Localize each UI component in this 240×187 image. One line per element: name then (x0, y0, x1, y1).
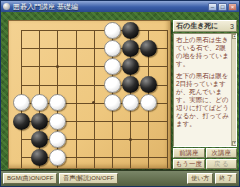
text-scrollbar[interactable]: ▲ ▼ (231, 34, 236, 146)
howto-button[interactable]: 使い方 (187, 173, 213, 184)
bgm-toggle-button[interactable]: BGM(曲)ON/OFF (3, 173, 57, 184)
stone-white (104, 94, 121, 111)
stone-black (13, 113, 30, 130)
lesson-header: 石の生き死に 3 (173, 20, 237, 32)
app-icon (3, 3, 10, 10)
minimize-button[interactable]: – (208, 3, 217, 11)
star-point (129, 138, 132, 141)
stone-black (122, 22, 139, 39)
star-point (56, 65, 59, 68)
stone-white (49, 94, 66, 111)
stone-white (13, 94, 30, 111)
stone-white (49, 149, 66, 166)
stone-white (104, 58, 121, 75)
scroll-up-icon[interactable]: ▲ (232, 34, 237, 39)
app-window: 囲碁入門講座 基礎編 – □ × 石の生き死に 3 右上の黒石は生きている石で、… (0, 0, 240, 187)
prev-lesson-button[interactable]: 前講座 (173, 148, 205, 158)
stone-black (122, 76, 139, 93)
grid-line (94, 30, 95, 169)
exit-button[interactable]: 終 了 (215, 173, 237, 184)
main-area: 石の生き死に 3 右上の黒石は生きている石で、2眼の地を持っています。 左下の黒… (1, 12, 239, 170)
close-button[interactable]: × (228, 3, 237, 11)
stone-black (140, 76, 157, 93)
stone-white (140, 94, 157, 111)
stone-black (140, 40, 157, 57)
back-button[interactable]: 戻 る (206, 159, 238, 169)
stone-white (122, 94, 139, 111)
lesson-panel: 石の生き死に 3 右上の黒石は生きている石で、2眼の地を持っています。 左下の黒… (173, 20, 237, 169)
star-point (92, 101, 95, 104)
stone-black (122, 40, 139, 57)
grid-line (167, 30, 168, 169)
stone-white (104, 76, 121, 93)
bottom-toolbar: BGM(曲)ON/OFF 音声(解説)ON/OFF 使い方 終 了 (1, 170, 239, 186)
stone-white (49, 131, 66, 148)
lesson-text-area: 右上の黒石は生きている石で、2眼の地を持っています。 左下の黒石は眼を2目持って… (173, 33, 237, 147)
lesson-title: 石の生き死に (176, 21, 230, 31)
window-title: 囲碁入門講座 基礎編 (13, 1, 208, 12)
stone-black (31, 149, 48, 166)
lesson-number: 3 (230, 23, 234, 30)
stone-white (104, 22, 121, 39)
stone-white (104, 40, 121, 57)
stone-black (31, 113, 48, 130)
stone-black (122, 58, 139, 75)
maximize-button[interactable]: □ (218, 3, 227, 11)
lesson-paragraph-1: 右上の黒石は生きている石で、2眼の地を持っています。 (176, 36, 230, 68)
title-bar: 囲碁入門講座 基礎編 – □ × (1, 1, 239, 12)
go-board[interactable] (8, 20, 171, 169)
scroll-down-icon[interactable]: ▼ (232, 141, 237, 146)
stone-black (31, 131, 48, 148)
grid-line (76, 30, 77, 169)
stone-white (31, 94, 48, 111)
lesson-paragraph-2: 左下の黒石は眼を2目持っていますが、死んでいます。実際に、どの辺りに打てばどうな… (176, 72, 230, 128)
voice-toggle-button[interactable]: 音声(解説)ON/OFF (59, 173, 118, 184)
retry-button[interactable]: もう一度 (173, 159, 205, 169)
next-lesson-button[interactable]: 次講座 (206, 148, 238, 158)
stone-white (49, 113, 66, 130)
